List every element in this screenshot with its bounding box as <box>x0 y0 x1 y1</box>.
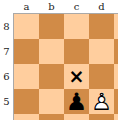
square-b5 <box>39 89 64 114</box>
file-label-a: a <box>14 0 39 13</box>
square-d7 <box>89 39 114 64</box>
square-d5: ♟♙ <box>89 89 114 114</box>
white-pawn-outline: ♙ <box>91 90 113 114</box>
black-pawn: ♟ <box>66 90 88 114</box>
chess-board: ×♟♟♙ <box>14 14 118 120</box>
square-d4 <box>89 114 114 120</box>
square-e4 <box>114 114 118 120</box>
rank-label-6: 6 <box>0 64 13 89</box>
square-a4 <box>14 114 39 120</box>
square-d6 <box>89 64 114 89</box>
board-frame: ×♟♟♙ <box>13 13 118 120</box>
square-c7 <box>64 39 89 64</box>
file-label-d: d <box>89 0 114 13</box>
file-label-b: b <box>39 0 64 13</box>
square-c5: ♟ <box>64 89 89 114</box>
rank-label-8: 8 <box>0 14 13 39</box>
square-b4 <box>39 114 64 120</box>
square-e5 <box>114 89 118 114</box>
x-mark: × <box>69 67 85 86</box>
square-c8 <box>64 14 89 39</box>
square-b6 <box>39 64 64 89</box>
chess-diagram: abcd 8765 ×♟♟♙ <box>0 0 118 120</box>
file-label-c: c <box>64 0 89 13</box>
rank-label-5: 5 <box>0 89 13 114</box>
square-e8 <box>114 14 118 39</box>
square-a5 <box>14 89 39 114</box>
square-a8 <box>14 14 39 39</box>
square-c4 <box>64 114 89 120</box>
square-c6: × <box>64 64 89 89</box>
square-b7 <box>39 39 64 64</box>
square-e7 <box>114 39 118 64</box>
square-b8 <box>39 14 64 39</box>
square-d8 <box>89 14 114 39</box>
white-pawn: ♟♙ <box>91 90 113 114</box>
rank-label-7: 7 <box>0 39 13 64</box>
square-a6 <box>14 64 39 89</box>
square-e6 <box>114 64 118 89</box>
square-a7 <box>14 39 39 64</box>
